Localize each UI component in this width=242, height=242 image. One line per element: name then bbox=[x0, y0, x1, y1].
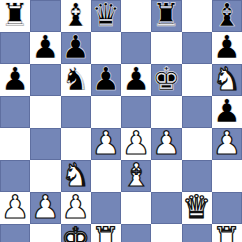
black-pawn-icon[interactable]: ♟ bbox=[61, 31, 90, 63]
white-queen-icon[interactable]: ♛ bbox=[182, 191, 211, 223]
square-f1[interactable] bbox=[151, 224, 181, 242]
square-h1[interactable]: ♜ bbox=[212, 224, 242, 242]
square-e3[interactable]: ♝ bbox=[121, 160, 151, 192]
square-d8[interactable]: ♛ bbox=[91, 0, 121, 32]
white-pawn-icon[interactable]: ♟ bbox=[1, 191, 30, 223]
chess-board: ♜♝♛♜♝♟♟♟♟♞♟♟♚♞♟♟♟♟♟♞♝♟♟♟♛♚♜♜ bbox=[0, 0, 242, 242]
black-pawn-icon[interactable]: ♟ bbox=[213, 31, 242, 63]
white-bishop-icon[interactable]: ♝ bbox=[122, 159, 151, 191]
square-d3[interactable] bbox=[91, 160, 121, 192]
white-pawn-icon[interactable]: ♟ bbox=[122, 127, 151, 159]
square-b4[interactable] bbox=[30, 128, 60, 160]
square-a1[interactable] bbox=[0, 224, 30, 242]
black-rook-icon[interactable]: ♜ bbox=[152, 0, 181, 31]
square-f4[interactable]: ♟ bbox=[151, 128, 181, 160]
square-a5[interactable] bbox=[0, 96, 30, 128]
white-king-icon[interactable]: ♚ bbox=[61, 223, 90, 242]
square-g7[interactable] bbox=[182, 32, 212, 64]
white-pawn-icon[interactable]: ♟ bbox=[31, 191, 60, 223]
black-bishop-icon[interactable]: ♝ bbox=[213, 0, 242, 31]
white-pawn-icon[interactable]: ♟ bbox=[152, 127, 181, 159]
white-knight-icon[interactable]: ♞ bbox=[213, 63, 242, 95]
black-knight-icon[interactable]: ♞ bbox=[61, 63, 90, 95]
square-e1[interactable] bbox=[121, 224, 151, 242]
square-h4[interactable]: ♟ bbox=[212, 128, 242, 160]
square-h3[interactable] bbox=[212, 160, 242, 192]
square-g6[interactable] bbox=[182, 64, 212, 96]
square-b5[interactable] bbox=[30, 96, 60, 128]
black-pawn-icon[interactable]: ♟ bbox=[1, 63, 30, 95]
black-pawn-icon[interactable]: ♟ bbox=[122, 63, 151, 95]
square-a2[interactable]: ♟ bbox=[0, 192, 30, 224]
square-e6[interactable]: ♟ bbox=[121, 64, 151, 96]
black-rook-icon[interactable]: ♜ bbox=[1, 0, 30, 31]
square-c5[interactable] bbox=[61, 96, 91, 128]
white-pawn-icon[interactable]: ♟ bbox=[92, 127, 121, 159]
white-pawn-icon[interactable]: ♟ bbox=[213, 127, 242, 159]
square-f8[interactable]: ♜ bbox=[151, 0, 181, 32]
square-d6[interactable]: ♟ bbox=[91, 64, 121, 96]
square-b1[interactable] bbox=[30, 224, 60, 242]
square-g2[interactable]: ♛ bbox=[182, 192, 212, 224]
square-e2[interactable] bbox=[121, 192, 151, 224]
square-g8[interactable] bbox=[182, 0, 212, 32]
square-a6[interactable]: ♟ bbox=[0, 64, 30, 96]
square-f2[interactable] bbox=[151, 192, 181, 224]
square-e8[interactable] bbox=[121, 0, 151, 32]
black-king-icon[interactable]: ♚ bbox=[152, 63, 181, 95]
square-g1[interactable] bbox=[182, 224, 212, 242]
square-b7[interactable]: ♟ bbox=[30, 32, 60, 64]
white-knight-icon[interactable]: ♞ bbox=[61, 159, 90, 191]
square-a8[interactable]: ♜ bbox=[0, 0, 30, 32]
square-f6[interactable]: ♚ bbox=[151, 64, 181, 96]
black-pawn-icon[interactable]: ♟ bbox=[213, 95, 242, 127]
white-pawn-icon[interactable]: ♟ bbox=[61, 191, 90, 223]
square-f3[interactable] bbox=[151, 160, 181, 192]
black-queen-icon[interactable]: ♛ bbox=[92, 0, 121, 31]
white-rook-icon[interactable]: ♜ bbox=[213, 223, 242, 242]
square-d1[interactable]: ♜ bbox=[91, 224, 121, 242]
square-a4[interactable] bbox=[0, 128, 30, 160]
square-c1[interactable]: ♚ bbox=[61, 224, 91, 242]
square-g4[interactable] bbox=[182, 128, 212, 160]
square-c6[interactable]: ♞ bbox=[61, 64, 91, 96]
square-b6[interactable] bbox=[30, 64, 60, 96]
white-rook-icon[interactable]: ♜ bbox=[92, 223, 121, 242]
square-b2[interactable]: ♟ bbox=[30, 192, 60, 224]
black-pawn-icon[interactable]: ♟ bbox=[92, 63, 121, 95]
black-bishop-icon[interactable]: ♝ bbox=[61, 0, 90, 31]
black-pawn-icon[interactable]: ♟ bbox=[31, 31, 60, 63]
square-d4[interactable]: ♟ bbox=[91, 128, 121, 160]
square-g5[interactable] bbox=[182, 96, 212, 128]
